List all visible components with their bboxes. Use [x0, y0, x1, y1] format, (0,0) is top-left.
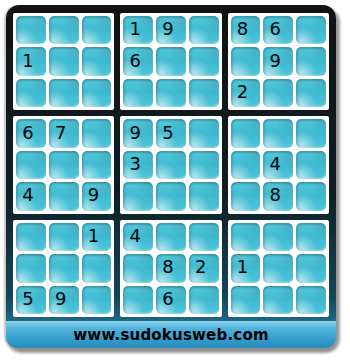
cell-r5c1[interactable]: [16, 151, 46, 179]
cell-r6c6[interactable]: [189, 182, 219, 210]
cell-r8c1[interactable]: [16, 254, 46, 282]
cell-r4c1[interactable]: 6: [16, 119, 46, 147]
cell-r5c8[interactable]: 4: [263, 151, 293, 179]
cell-r4c3[interactable]: [82, 119, 112, 147]
given-digit: 5: [162, 124, 173, 142]
given-digit: 6: [129, 52, 140, 70]
given-digit: 2: [237, 83, 248, 101]
cell-r4c7[interactable]: [231, 119, 261, 147]
cell-r5c3[interactable]: [82, 151, 112, 179]
box-8: 4826: [120, 220, 221, 317]
cell-r1c5[interactable]: 9: [156, 16, 186, 44]
cell-r9c3[interactable]: [82, 286, 112, 314]
cell-r4c9[interactable]: [296, 119, 326, 147]
cell-r7c7[interactable]: [231, 223, 261, 251]
cell-r9c9[interactable]: [296, 286, 326, 314]
given-digit: 9: [88, 186, 99, 204]
cell-r9c5[interactable]: 6: [156, 286, 186, 314]
cell-r7c3[interactable]: 1: [82, 223, 112, 251]
cell-r9c4[interactable]: [123, 286, 153, 314]
cell-r2c9[interactable]: [296, 47, 326, 75]
box-3: 8692: [228, 13, 329, 110]
cell-r6c8[interactable]: 8: [263, 182, 293, 210]
cell-r4c8[interactable]: [263, 119, 293, 147]
cell-r2c8[interactable]: 9: [263, 47, 293, 75]
box-1: 1: [13, 13, 114, 110]
cell-r2c6[interactable]: [189, 47, 219, 75]
footer-bar: www.sudokusweb.com: [6, 321, 336, 348]
cell-r7c9[interactable]: [296, 223, 326, 251]
cell-r1c4[interactable]: 1: [123, 16, 153, 44]
cell-r7c6[interactable]: [189, 223, 219, 251]
cell-r2c4[interactable]: 6: [123, 47, 153, 75]
given-digit: 8: [162, 258, 173, 276]
cell-r7c5[interactable]: [156, 223, 186, 251]
box-4: 6749: [13, 116, 114, 213]
cell-r4c5[interactable]: 5: [156, 119, 186, 147]
given-digit: 8: [237, 20, 248, 38]
cell-r3c3[interactable]: [82, 79, 112, 107]
given-digit: 9: [162, 20, 173, 38]
cell-r9c7[interactable]: [231, 286, 261, 314]
box-9: 1: [228, 220, 329, 317]
cell-r8c8[interactable]: [263, 254, 293, 282]
cell-r6c3[interactable]: 9: [82, 182, 112, 210]
given-digit: 3: [129, 155, 140, 173]
cell-r1c3[interactable]: [82, 16, 112, 44]
cell-r8c7[interactable]: 1: [231, 254, 261, 282]
cell-r7c4[interactable]: 4: [123, 223, 153, 251]
cell-r3c4[interactable]: [123, 79, 153, 107]
box-2: 196: [120, 13, 221, 110]
cell-r4c4[interactable]: 9: [123, 119, 153, 147]
given-digit: 1: [22, 52, 33, 70]
cell-r1c2[interactable]: [49, 16, 79, 44]
cell-r3c5[interactable]: [156, 79, 186, 107]
given-digit: 8: [270, 186, 281, 204]
given-digit: 1: [129, 20, 140, 38]
cell-r8c3[interactable]: [82, 254, 112, 282]
cell-r6c2[interactable]: [49, 182, 79, 210]
cell-r9c2[interactable]: 9: [49, 286, 79, 314]
given-digit: 1: [88, 227, 99, 245]
cell-r3c2[interactable]: [49, 79, 79, 107]
cell-r1c7[interactable]: 8: [231, 16, 261, 44]
sudoku-grid: 1196869267499534815948261: [6, 5, 336, 321]
page: 1196869267499534815948261 www.sudokusweb…: [0, 0, 350, 360]
cell-r1c1[interactable]: [16, 16, 46, 44]
box-7: 159: [13, 220, 114, 317]
given-digit: 2: [195, 258, 206, 276]
cell-r8c2[interactable]: [49, 254, 79, 282]
given-digit: 4: [22, 186, 33, 204]
cell-r1c9[interactable]: [296, 16, 326, 44]
cell-r9c1[interactable]: 5: [16, 286, 46, 314]
website-link[interactable]: www.sudokusweb.com: [73, 326, 268, 344]
cell-r4c2[interactable]: 7: [49, 119, 79, 147]
given-digit: 4: [270, 155, 281, 173]
given-digit: 6: [270, 20, 281, 38]
cell-r8c4[interactable]: [123, 254, 153, 282]
cell-r8c5[interactable]: 8: [156, 254, 186, 282]
cell-r2c7[interactable]: [231, 47, 261, 75]
cell-r9c6[interactable]: [189, 286, 219, 314]
cell-r6c1[interactable]: 4: [16, 182, 46, 210]
given-digit: 7: [55, 124, 66, 142]
cell-r2c3[interactable]: [82, 47, 112, 75]
box-6: 48: [228, 116, 329, 213]
cell-r6c9[interactable]: [296, 182, 326, 210]
cell-r5c5[interactable]: [156, 151, 186, 179]
cell-r6c7[interactable]: [231, 182, 261, 210]
cell-r3c1[interactable]: [16, 79, 46, 107]
cell-r3c8[interactable]: [263, 79, 293, 107]
cell-r8c9[interactable]: [296, 254, 326, 282]
box-5: 953: [120, 116, 221, 213]
cell-r3c6[interactable]: [189, 79, 219, 107]
cell-r3c7[interactable]: 2: [231, 79, 261, 107]
cell-r7c2[interactable]: [49, 223, 79, 251]
cell-r5c9[interactable]: [296, 151, 326, 179]
given-digit: 9: [55, 290, 66, 308]
given-digit: 9: [270, 52, 281, 70]
cell-r4c6[interactable]: [189, 119, 219, 147]
given-digit: 5: [22, 290, 33, 308]
given-digit: 6: [162, 290, 173, 308]
cell-r1c8[interactable]: 6: [263, 16, 293, 44]
cell-r6c4[interactable]: [123, 182, 153, 210]
cell-r2c1[interactable]: 1: [16, 47, 46, 75]
cell-r2c5[interactable]: [156, 47, 186, 75]
given-digit: 6: [22, 124, 33, 142]
cell-r5c2[interactable]: [49, 151, 79, 179]
cell-r7c8[interactable]: [263, 223, 293, 251]
given-digit: 4: [129, 227, 140, 245]
cell-r5c4[interactable]: 3: [123, 151, 153, 179]
cell-r5c6[interactable]: [189, 151, 219, 179]
cell-r9c8[interactable]: [263, 286, 293, 314]
cell-r3c9[interactable]: [296, 79, 326, 107]
sudoku-board-frame: 1196869267499534815948261 www.sudokusweb…: [6, 5, 336, 348]
cell-r5c7[interactable]: [231, 151, 261, 179]
given-digit: 9: [129, 124, 140, 142]
cell-r8c6[interactable]: 2: [189, 254, 219, 282]
cell-r1c6[interactable]: [189, 16, 219, 44]
cell-r6c5[interactable]: [156, 182, 186, 210]
cell-r2c2[interactable]: [49, 47, 79, 75]
given-digit: 1: [237, 258, 248, 276]
cell-r7c1[interactable]: [16, 223, 46, 251]
